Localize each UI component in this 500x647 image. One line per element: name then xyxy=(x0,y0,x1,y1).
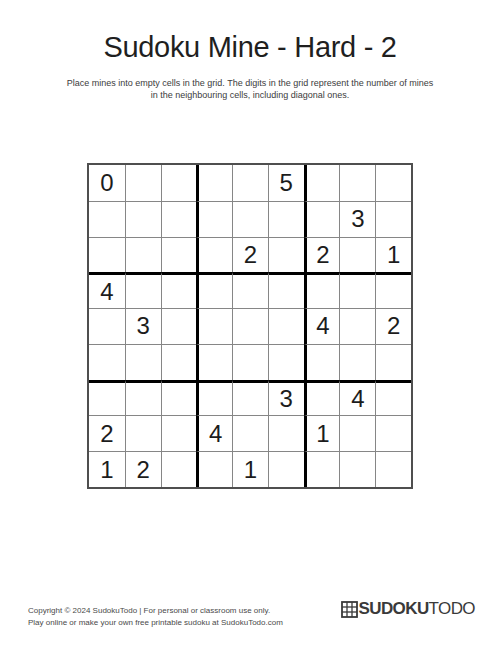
cell-r7c9[interactable] xyxy=(375,380,411,416)
cell-r8c3[interactable] xyxy=(161,415,197,451)
cell-r2c7[interactable] xyxy=(304,201,340,237)
cell-r6c3[interactable] xyxy=(161,344,197,380)
cell-r3c9: 1 xyxy=(375,237,411,273)
cell-r1c6: 5 xyxy=(268,165,304,201)
copyright-line-1: Copyright © 2024 SudokuTodo | For person… xyxy=(28,605,283,617)
cell-r1c2[interactable] xyxy=(125,165,161,201)
cell-r6c5[interactable] xyxy=(232,344,268,380)
cell-r4c7[interactable] xyxy=(304,272,340,308)
cell-r6c9[interactable] xyxy=(375,344,411,380)
cell-r7c6: 3 xyxy=(268,380,304,416)
cell-r8c8[interactable] xyxy=(339,415,375,451)
cell-r8c2[interactable] xyxy=(125,415,161,451)
cell-r1c7[interactable] xyxy=(304,165,340,201)
cell-r4c2[interactable] xyxy=(125,272,161,308)
cell-r9c8[interactable] xyxy=(339,451,375,487)
cell-r2c9[interactable] xyxy=(375,201,411,237)
logo-text-light: TODO xyxy=(429,599,475,619)
cell-r5c8[interactable] xyxy=(339,308,375,344)
cell-r8c9[interactable] xyxy=(375,415,411,451)
cell-r2c6[interactable] xyxy=(268,201,304,237)
cell-r6c7[interactable] xyxy=(304,344,340,380)
cell-r9c9[interactable] xyxy=(375,451,411,487)
cell-r9c4[interactable] xyxy=(196,451,232,487)
copyright-line-2: Play online or make your own free printa… xyxy=(28,617,283,629)
cell-r4c4[interactable] xyxy=(196,272,232,308)
sudokutodo-logo: SUDOKU TODO xyxy=(341,600,475,618)
cell-r3c5: 2 xyxy=(232,237,268,273)
footer-copyright: Copyright © 2024 SudokuTodo | For person… xyxy=(28,605,283,628)
cell-r6c4[interactable] xyxy=(196,344,232,380)
cell-r5c3[interactable] xyxy=(161,308,197,344)
cell-r5c6[interactable] xyxy=(268,308,304,344)
cell-r4c3[interactable] xyxy=(161,272,197,308)
sudoku-grid-icon xyxy=(341,601,358,618)
cell-r5c9: 2 xyxy=(375,308,411,344)
cell-r7c2[interactable] xyxy=(125,380,161,416)
cell-r3c1[interactable] xyxy=(89,237,125,273)
instructions-line-2: in the neighbouring cells, including dia… xyxy=(0,89,500,101)
cell-r8c5[interactable] xyxy=(232,415,268,451)
cell-r1c8[interactable] xyxy=(339,165,375,201)
cell-r5c2: 3 xyxy=(125,308,161,344)
cell-r3c3[interactable] xyxy=(161,237,197,273)
cell-r4c9[interactable] xyxy=(375,272,411,308)
cell-r4c6[interactable] xyxy=(268,272,304,308)
cell-r3c6[interactable] xyxy=(268,237,304,273)
cell-r1c3[interactable] xyxy=(161,165,197,201)
cell-r4c5[interactable] xyxy=(232,272,268,308)
cell-r5c7: 4 xyxy=(304,308,340,344)
cell-r2c1[interactable] xyxy=(89,201,125,237)
cell-r9c3[interactable] xyxy=(161,451,197,487)
cell-r6c6[interactable] xyxy=(268,344,304,380)
cell-r2c2[interactable] xyxy=(125,201,161,237)
cell-r5c1[interactable] xyxy=(89,308,125,344)
cell-r7c1[interactable] xyxy=(89,380,125,416)
cell-r2c8: 3 xyxy=(339,201,375,237)
instructions-line-1: Place mines into empty cells in the grid… xyxy=(0,77,500,89)
cell-r3c2[interactable] xyxy=(125,237,161,273)
cell-r5c4[interactable] xyxy=(196,308,232,344)
cell-r7c8: 4 xyxy=(339,380,375,416)
cell-r2c5[interactable] xyxy=(232,201,268,237)
cell-r2c3[interactable] xyxy=(161,201,197,237)
page-title: Sudoku Mine - Hard - 2 xyxy=(0,30,500,64)
cell-r7c3[interactable] xyxy=(161,380,197,416)
cell-r6c2[interactable] xyxy=(125,344,161,380)
cell-r5c5[interactable] xyxy=(232,308,268,344)
cell-r8c6[interactable] xyxy=(268,415,304,451)
cell-r2c4[interactable] xyxy=(196,201,232,237)
cell-r6c8[interactable] xyxy=(339,344,375,380)
cell-r1c1: 0 xyxy=(89,165,125,201)
cell-r8c4: 4 xyxy=(196,415,232,451)
cell-r7c7[interactable] xyxy=(304,380,340,416)
cell-r8c7: 1 xyxy=(304,415,340,451)
cell-r9c5: 1 xyxy=(232,451,268,487)
puzzle-grid: 053221434234241121 xyxy=(87,163,413,489)
cell-r1c5[interactable] xyxy=(232,165,268,201)
cell-r3c4[interactable] xyxy=(196,237,232,273)
cell-r1c4[interactable] xyxy=(196,165,232,201)
cell-r4c1: 4 xyxy=(89,272,125,308)
cell-r7c4[interactable] xyxy=(196,380,232,416)
instructions: Place mines into empty cells in the grid… xyxy=(0,77,500,101)
cell-r4c8[interactable] xyxy=(339,272,375,308)
cell-r9c7[interactable] xyxy=(304,451,340,487)
cell-r1c9[interactable] xyxy=(375,165,411,201)
cell-r3c8[interactable] xyxy=(339,237,375,273)
cell-r9c1: 1 xyxy=(89,451,125,487)
cell-r8c1: 2 xyxy=(89,415,125,451)
cell-r6c1[interactable] xyxy=(89,344,125,380)
cell-r7c5[interactable] xyxy=(232,380,268,416)
logo-text-bold: SUDOKU xyxy=(359,599,429,619)
cell-r9c2: 2 xyxy=(125,451,161,487)
cell-r9c6[interactable] xyxy=(268,451,304,487)
cell-r3c7: 2 xyxy=(304,237,340,273)
